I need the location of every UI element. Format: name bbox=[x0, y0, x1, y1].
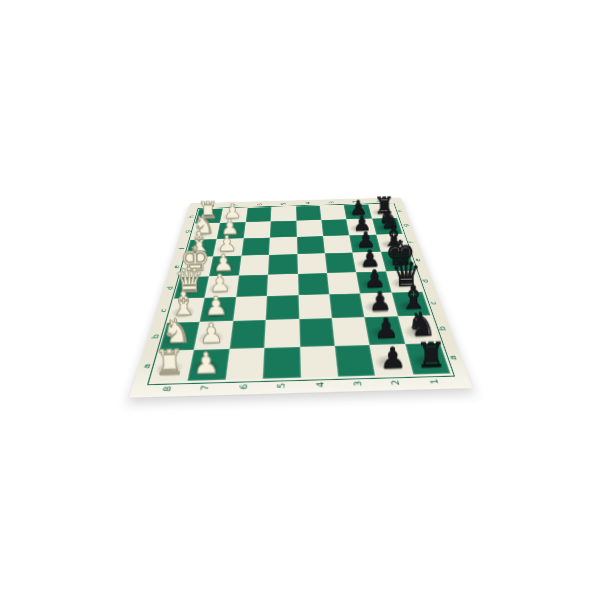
chess-mat: 8877665544332211hhggffeeddccbbaa♜♞♝♛♚♝♞♜… bbox=[129, 198, 473, 398]
square-b6 bbox=[229, 320, 265, 348]
square-d4 bbox=[298, 273, 330, 295]
square-h8 bbox=[195, 208, 223, 223]
square-d5 bbox=[267, 274, 298, 296]
square-e6 bbox=[239, 255, 269, 275]
square-b4 bbox=[299, 318, 335, 346]
square-g6 bbox=[243, 222, 270, 239]
square-h2 bbox=[344, 204, 372, 219]
white-pawn-glyph: ♟ bbox=[194, 319, 230, 347]
board-tilt-wrapper: 8877665544332211hhggffeeddccbbaa♜♞♝♛♚♝♞♜… bbox=[163, 139, 431, 407]
square-b3 bbox=[332, 317, 370, 345]
square-h1 bbox=[368, 204, 397, 219]
square-h4 bbox=[296, 206, 322, 221]
white-rook-glyph: ♜ bbox=[150, 344, 188, 379]
square-c3 bbox=[329, 293, 364, 318]
white-pawn-glyph: ♟ bbox=[188, 348, 226, 378]
square-f5 bbox=[269, 237, 297, 255]
square-g4 bbox=[296, 220, 323, 237]
square-f8 bbox=[186, 239, 217, 257]
square-g7 bbox=[217, 222, 246, 239]
black-pawn-glyph: ♟ bbox=[369, 314, 405, 342]
black-rook-glyph: ♜ bbox=[411, 337, 449, 372]
square-e5 bbox=[268, 254, 297, 274]
square-e4 bbox=[297, 253, 327, 273]
square-f6 bbox=[241, 237, 270, 255]
square-b5 bbox=[264, 319, 299, 347]
square-h5 bbox=[271, 206, 296, 221]
square-d6 bbox=[236, 274, 268, 296]
black-pawn-glyph: ♟ bbox=[374, 343, 412, 373]
square-f7 bbox=[213, 238, 243, 256]
white-pawn-glyph: ♟ bbox=[200, 294, 234, 321]
black-pawn-a2: ♟ bbox=[370, 344, 413, 376]
square-c4 bbox=[298, 294, 332, 319]
square-e3 bbox=[325, 253, 356, 273]
square-g8 bbox=[191, 223, 221, 240]
square-c6 bbox=[233, 296, 267, 321]
square-c5 bbox=[266, 295, 299, 320]
square-f4 bbox=[296, 236, 324, 254]
square-g3 bbox=[321, 219, 349, 236]
square-h3 bbox=[320, 205, 347, 220]
square-h7 bbox=[220, 208, 247, 223]
chess-set-product-photo: 8877665544332211hhggffeeddccbbaa♜♞♝♛♚♝♞♜… bbox=[0, 0, 600, 600]
square-a3 bbox=[335, 345, 376, 377]
square-a6 bbox=[225, 348, 264, 380]
square-h6 bbox=[246, 207, 272, 222]
white-pawn-a7: ♟ bbox=[188, 349, 229, 381]
square-f1 bbox=[376, 234, 408, 252]
square-f3 bbox=[323, 235, 353, 253]
square-d3 bbox=[327, 272, 360, 294]
square-g5 bbox=[270, 221, 296, 238]
square-g1 bbox=[372, 218, 403, 234]
